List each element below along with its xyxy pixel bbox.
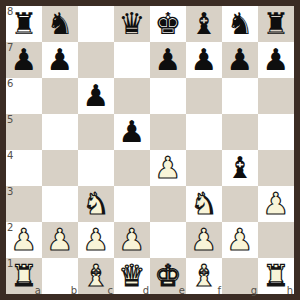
square-h2[interactable]: [258, 222, 294, 258]
square-g2[interactable]: ♟: [222, 222, 258, 258]
white-pawn-e4[interactable]: ♟: [155, 150, 182, 186]
square-d4[interactable]: [114, 150, 150, 186]
square-e2[interactable]: [150, 222, 186, 258]
file-label-c: c: [108, 285, 114, 296]
square-h3[interactable]: ♟: [258, 186, 294, 222]
square-b1[interactable]: b: [42, 258, 78, 294]
square-g1[interactable]: g: [222, 258, 258, 294]
square-b6[interactable]: [42, 78, 78, 114]
square-f5[interactable]: [186, 114, 222, 150]
square-a6[interactable]: 6: [6, 78, 42, 114]
square-g7[interactable]: ♟: [222, 42, 258, 78]
square-a7[interactable]: 7♟: [6, 42, 42, 78]
square-b2[interactable]: ♟: [42, 222, 78, 258]
board-grid: 8♜♞♛♚♝♞♜7♟♟♟♟♟♟6♟5♟4♟♝3♞♞♟2♟♟♟♟♟♟1a♜bc♝d…: [6, 6, 294, 294]
square-b4[interactable]: [42, 150, 78, 186]
square-a3[interactable]: 3: [6, 186, 42, 222]
black-pawn-h7[interactable]: ♟: [263, 42, 290, 78]
rank-label-1: 1: [7, 258, 13, 269]
square-a4[interactable]: 4: [6, 150, 42, 186]
square-e6[interactable]: [150, 78, 186, 114]
square-e3[interactable]: [150, 186, 186, 222]
square-d3[interactable]: [114, 186, 150, 222]
black-pawn-b7[interactable]: ♟: [47, 42, 74, 78]
white-pawn-g2[interactable]: ♟: [227, 222, 254, 258]
rank-label-6: 6: [7, 78, 13, 89]
square-g3[interactable]: [222, 186, 258, 222]
rank-label-2: 2: [7, 222, 13, 233]
square-e4[interactable]: ♟: [150, 150, 186, 186]
black-knight-g8[interactable]: ♞: [227, 6, 254, 42]
white-pawn-f2[interactable]: ♟: [191, 222, 218, 258]
rank-label-5: 5: [7, 114, 13, 125]
square-e8[interactable]: ♚: [150, 6, 186, 42]
square-a1[interactable]: 1a♜: [6, 258, 42, 294]
black-rook-h8[interactable]: ♜: [263, 6, 290, 42]
black-bishop-f8[interactable]: ♝: [191, 6, 218, 42]
white-pawn-c2[interactable]: ♟: [83, 222, 110, 258]
square-e1[interactable]: e♚: [150, 258, 186, 294]
black-pawn-d5[interactable]: ♟: [119, 114, 146, 150]
square-h7[interactable]: ♟: [258, 42, 294, 78]
square-f6[interactable]: [186, 78, 222, 114]
square-a5[interactable]: 5: [6, 114, 42, 150]
square-d7[interactable]: [114, 42, 150, 78]
square-c4[interactable]: [78, 150, 114, 186]
square-c3[interactable]: ♞: [78, 186, 114, 222]
square-f8[interactable]: ♝: [186, 6, 222, 42]
white-pawn-b2[interactable]: ♟: [47, 222, 74, 258]
black-pawn-a7[interactable]: ♟: [11, 42, 38, 78]
file-label-e: e: [179, 285, 185, 296]
square-h5[interactable]: [258, 114, 294, 150]
white-queen-d1[interactable]: ♛: [119, 258, 146, 294]
black-pawn-c6[interactable]: ♟: [83, 78, 110, 114]
square-b5[interactable]: [42, 114, 78, 150]
square-c8[interactable]: [78, 6, 114, 42]
square-d1[interactable]: d♛: [114, 258, 150, 294]
square-f3[interactable]: ♞: [186, 186, 222, 222]
square-d6[interactable]: [114, 78, 150, 114]
square-b3[interactable]: [42, 186, 78, 222]
file-label-a: a: [35, 285, 41, 296]
white-pawn-h3[interactable]: ♟: [263, 186, 290, 222]
black-king-e8[interactable]: ♚: [155, 6, 182, 42]
square-f1[interactable]: f♝: [186, 258, 222, 294]
white-knight-f3[interactable]: ♞: [191, 186, 218, 222]
black-bishop-g4[interactable]: ♝: [227, 150, 254, 186]
white-king-e1[interactable]: ♚: [155, 258, 182, 294]
black-rook-a8[interactable]: ♜: [11, 6, 38, 42]
black-pawn-e7[interactable]: ♟: [155, 42, 182, 78]
square-f7[interactable]: ♟: [186, 42, 222, 78]
square-h6[interactable]: [258, 78, 294, 114]
rank-label-4: 4: [7, 150, 13, 161]
white-pawn-a2[interactable]: ♟: [11, 222, 38, 258]
square-h4[interactable]: [258, 150, 294, 186]
square-c1[interactable]: c♝: [78, 258, 114, 294]
square-b7[interactable]: ♟: [42, 42, 78, 78]
square-g5[interactable]: [222, 114, 258, 150]
rank-label-3: 3: [7, 186, 13, 197]
white-bishop-c1[interactable]: ♝: [83, 258, 110, 294]
square-g8[interactable]: ♞: [222, 6, 258, 42]
file-label-h: h: [287, 285, 293, 296]
square-c7[interactable]: [78, 42, 114, 78]
square-b8[interactable]: ♞: [42, 6, 78, 42]
chess-board: 8♜♞♛♚♝♞♜7♟♟♟♟♟♟6♟5♟4♟♝3♞♞♟2♟♟♟♟♟♟1a♜bc♝d…: [0, 0, 300, 300]
square-f4[interactable]: [186, 150, 222, 186]
white-rook-a1[interactable]: ♜: [11, 258, 38, 294]
white-knight-c3[interactable]: ♞: [83, 186, 110, 222]
square-a8[interactable]: 8♜: [6, 6, 42, 42]
square-a2[interactable]: 2♟: [6, 222, 42, 258]
black-pawn-g7[interactable]: ♟: [227, 42, 254, 78]
square-d2[interactable]: ♟: [114, 222, 150, 258]
white-rook-h1[interactable]: ♜: [263, 258, 290, 294]
file-label-f: f: [217, 285, 221, 296]
rank-label-7: 7: [7, 42, 13, 53]
file-label-d: d: [143, 285, 149, 296]
white-pawn-d2[interactable]: ♟: [119, 222, 146, 258]
file-label-b: b: [71, 285, 77, 296]
black-knight-b8[interactable]: ♞: [47, 6, 74, 42]
black-queen-d8[interactable]: ♛: [119, 6, 146, 42]
white-bishop-f1[interactable]: ♝: [191, 258, 218, 294]
square-c5[interactable]: [78, 114, 114, 150]
square-e7[interactable]: ♟: [150, 42, 186, 78]
square-c2[interactable]: ♟: [78, 222, 114, 258]
file-label-g: g: [251, 285, 257, 296]
square-g6[interactable]: [222, 78, 258, 114]
square-c6[interactable]: ♟: [78, 78, 114, 114]
square-d8[interactable]: ♛: [114, 6, 150, 42]
square-d5[interactable]: ♟: [114, 114, 150, 150]
square-e5[interactable]: [150, 114, 186, 150]
square-g4[interactable]: ♝: [222, 150, 258, 186]
rank-label-8: 8: [7, 6, 13, 17]
square-h1[interactable]: h♜: [258, 258, 294, 294]
black-pawn-f7[interactable]: ♟: [191, 42, 218, 78]
square-f2[interactable]: ♟: [186, 222, 222, 258]
square-h8[interactable]: ♜: [258, 6, 294, 42]
